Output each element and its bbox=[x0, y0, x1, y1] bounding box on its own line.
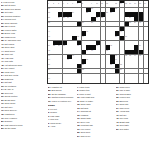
clue-number: 41. bbox=[1, 43, 4, 45]
down-clue-4: 4. Golf peg bbox=[48, 118, 74, 120]
clue-number: 64. bbox=[1, 88, 4, 90]
grid-cell bbox=[86, 36, 90, 40]
clue-number: 69. bbox=[1, 99, 4, 101]
grid-cell bbox=[91, 36, 95, 40]
grid-cell: 70 bbox=[72, 55, 76, 59]
grid-cell bbox=[86, 78, 90, 82]
clue-number: 32. bbox=[1, 29, 4, 31]
grid-cell bbox=[110, 78, 114, 82]
grid-cell: 53 bbox=[72, 41, 76, 45]
grid-cell: 50 bbox=[115, 36, 119, 40]
clue-number: 55. bbox=[1, 78, 4, 80]
grid-cell bbox=[144, 12, 148, 16]
across-clue-86: 86. On the sandbar bbox=[48, 93, 74, 95]
grid-cell bbox=[96, 8, 100, 12]
clue-number: 44. bbox=[1, 50, 4, 52]
cell-number: 52 bbox=[67, 40, 69, 42]
cell-number: 12 bbox=[106, 3, 108, 5]
grid-cell bbox=[110, 31, 114, 35]
cell-number: 76 bbox=[48, 59, 50, 61]
across-clue-1: 1. Kind of pear bbox=[1, 1, 46, 3]
cell-number: 59 bbox=[58, 45, 60, 47]
down-clue-27: 27. Sign of fire bbox=[77, 135, 113, 137]
grid-cell bbox=[144, 36, 148, 40]
clue-number: 46. bbox=[1, 57, 4, 59]
grid-cell bbox=[139, 78, 143, 82]
clue-number: 17. bbox=[77, 121, 80, 123]
grid-cell bbox=[134, 36, 138, 40]
down-clue-18: 18. Long thin fish bbox=[77, 125, 113, 127]
across-clue-55: 55. Night bird bbox=[1, 78, 46, 80]
grid-cell: 13 bbox=[115, 3, 119, 7]
across-clue-36: 36. Paddle's kin bbox=[1, 36, 46, 38]
grid-cell bbox=[144, 64, 148, 68]
grid-cell bbox=[106, 22, 110, 26]
clue-number: 15. bbox=[77, 114, 80, 116]
grid-cell: 63 bbox=[110, 45, 114, 49]
down-clue-16: 16. Sharp taste bbox=[77, 118, 113, 120]
grid-cell bbox=[101, 50, 105, 54]
cell-number: 1 bbox=[48, 3, 49, 5]
clue-number: 54. bbox=[1, 74, 4, 76]
clue-number: 40. bbox=[116, 114, 119, 116]
across-clue-35: 35. Before long bbox=[1, 33, 46, 35]
cell-number: 17 bbox=[134, 3, 136, 5]
across-clue-51: 51. Tiny insect bbox=[1, 68, 46, 70]
clue-list-continued-1: 84. Frighten off85. Bird sound86. On the… bbox=[48, 86, 74, 128]
clue-number: 86. bbox=[48, 93, 51, 95]
cell-number: 89 bbox=[115, 73, 117, 75]
across-clue-45: 45. Corn unit bbox=[1, 54, 46, 56]
grid-cell bbox=[144, 45, 148, 49]
cell-number: 70 bbox=[72, 55, 74, 57]
grid-cell bbox=[110, 22, 114, 26]
cell-number: 84 bbox=[48, 69, 50, 71]
grid-cell bbox=[96, 78, 100, 82]
grid-cell: 39 bbox=[134, 22, 138, 26]
crossword-page: 1234567891011121314151617181920212223242… bbox=[0, 0, 150, 150]
grid-cell bbox=[96, 64, 100, 68]
grid-cell bbox=[129, 78, 133, 82]
down-clue-8: 8. Single item bbox=[77, 90, 113, 92]
grid-cell bbox=[134, 31, 138, 35]
across-clue-85: 85. Bird sound bbox=[48, 90, 74, 92]
across-clue-43: 43. Sticky stuff bbox=[1, 47, 46, 49]
clue-number: 16. bbox=[77, 117, 80, 119]
grid-cell bbox=[101, 45, 105, 49]
cell-number: 63 bbox=[110, 45, 112, 47]
cell-number: 9 bbox=[91, 3, 92, 5]
grid-cell: 6 bbox=[72, 3, 76, 7]
down-clue-2: 2. Region bbox=[48, 111, 74, 113]
clue-number: 1. bbox=[48, 108, 50, 110]
clue-number: 27. bbox=[77, 135, 80, 137]
grid-cell bbox=[53, 64, 57, 68]
grid-cell bbox=[144, 8, 148, 12]
grid-cell bbox=[129, 31, 133, 35]
grid-cell bbox=[134, 74, 138, 78]
across-clue-23: 23. Morning moisture bbox=[1, 15, 46, 17]
grid-cell bbox=[53, 36, 57, 40]
clue-number: 1. bbox=[1, 1, 3, 3]
grid-cell bbox=[77, 78, 81, 82]
clue-number: 83. bbox=[1, 127, 4, 129]
grid-cell bbox=[125, 69, 129, 73]
grid-cell: 51 bbox=[125, 36, 129, 40]
grid-cell bbox=[106, 27, 110, 31]
cell-number: 43 bbox=[125, 26, 127, 28]
clue-column-bottom-2: 7. Large truck8. Single item9. Make a kn… bbox=[77, 86, 113, 150]
grid-cell bbox=[139, 36, 143, 40]
down-clue-14: 14. Cooking fat bbox=[77, 111, 113, 113]
grid-cell: 36 bbox=[82, 22, 86, 26]
grid-cell: 21 bbox=[91, 8, 95, 12]
grid-cell bbox=[139, 64, 143, 68]
grid-cell: 19 bbox=[144, 3, 148, 7]
across-clue-63: 63. Tin container bbox=[1, 85, 46, 87]
grid-cell bbox=[53, 17, 57, 21]
cell-number: 79 bbox=[115, 59, 117, 61]
grid-cell bbox=[134, 27, 138, 31]
grid-cell: 48 bbox=[77, 36, 81, 40]
grid-cell bbox=[115, 78, 119, 82]
grid-cell: 74 bbox=[134, 55, 138, 59]
grid-cell bbox=[120, 22, 124, 26]
grid-cell bbox=[139, 27, 143, 31]
grid-cell bbox=[144, 50, 148, 54]
grid-cell bbox=[101, 55, 105, 59]
cell-number: 14 bbox=[120, 3, 122, 5]
grid-cell bbox=[125, 8, 129, 12]
across-clue-83: 83. On the sand bbox=[1, 127, 46, 129]
grid-cell bbox=[120, 74, 124, 78]
cell-number: 77 bbox=[67, 59, 69, 61]
clue-number: 12. bbox=[77, 103, 80, 105]
cell-number: 78 bbox=[86, 59, 88, 61]
grid-cell bbox=[63, 50, 67, 54]
grid-cell bbox=[72, 74, 76, 78]
across-clue-26: 26. Small amount bbox=[1, 22, 46, 24]
cell-number: 15 bbox=[125, 3, 127, 5]
clue-number: 6. bbox=[48, 125, 50, 127]
cell-number: 41 bbox=[48, 26, 50, 28]
grid-cell bbox=[120, 55, 124, 59]
down-clue-19: 19. Feel poorly bbox=[77, 128, 113, 130]
cell-number: 82 bbox=[110, 64, 112, 66]
down-clue-6: 6. Allow bbox=[48, 125, 74, 127]
across-clue-24: 24. Tropical fruit bbox=[1, 19, 46, 21]
grid-cell: 55 bbox=[101, 41, 105, 45]
grid-cell bbox=[144, 78, 148, 82]
grid-cell bbox=[115, 45, 119, 49]
down-clue-list-2: 29. Road curve30. Use a chair31. Cold se… bbox=[116, 86, 149, 130]
grid-cell bbox=[106, 78, 110, 82]
cell-number: 37 bbox=[91, 22, 93, 24]
cell-number: 22 bbox=[115, 8, 117, 10]
grid-cell bbox=[53, 31, 57, 35]
grid-cell bbox=[72, 31, 76, 35]
grid-cell bbox=[72, 78, 76, 82]
grid-cell bbox=[96, 22, 100, 26]
down-clue-15: 15. Finished bbox=[77, 114, 113, 116]
grid-cell: 61 bbox=[77, 45, 81, 49]
clue-number: 3. bbox=[48, 115, 50, 117]
grid-cell bbox=[53, 27, 57, 31]
clue-number: 24. bbox=[1, 18, 4, 20]
cell-number: 29 bbox=[58, 17, 60, 19]
grid-cell bbox=[86, 69, 90, 73]
across-clue-54: 54. Soft gray metal bbox=[1, 75, 46, 77]
across-clue-32: 32. Frozen water bbox=[1, 29, 46, 31]
grid-cell bbox=[106, 31, 110, 35]
clue-number: 81. bbox=[1, 124, 4, 126]
clue-number: 2. bbox=[48, 111, 50, 113]
grid-cell bbox=[101, 27, 105, 31]
grid-cell bbox=[106, 17, 110, 21]
cell-number: 34 bbox=[129, 17, 131, 19]
down-clue-3: 3. Fish eggs bbox=[48, 115, 74, 117]
black-cell bbox=[134, 12, 138, 16]
clue-number: 47. bbox=[1, 60, 4, 62]
clue-number: 45. bbox=[1, 53, 4, 55]
grid-cell: 25 bbox=[86, 12, 90, 16]
grid-cell bbox=[86, 74, 90, 78]
cell-number: 56 bbox=[120, 40, 122, 42]
grid-cell bbox=[67, 27, 71, 31]
clue-number: 52. bbox=[1, 71, 4, 73]
grid-cell bbox=[96, 55, 100, 59]
grid-cell bbox=[115, 27, 119, 31]
grid-cell: 10 bbox=[96, 3, 100, 7]
across-clue-79: 79. Ripe example bbox=[1, 117, 46, 119]
clue-number: 43. bbox=[116, 121, 119, 123]
grid-cell: 32 bbox=[96, 17, 100, 21]
down-clue-12: 12. Small child bbox=[77, 104, 113, 106]
grid-cell: 88 bbox=[77, 74, 81, 78]
down-clue-42: 42. Tree fluid bbox=[116, 118, 149, 120]
grid-cell bbox=[63, 22, 67, 26]
grid-cell bbox=[129, 74, 133, 78]
down-header: Down bbox=[48, 104, 74, 107]
grid-cell bbox=[101, 22, 105, 26]
across-clue-47: 47. Mild oath bbox=[1, 61, 46, 63]
grid-cell bbox=[139, 8, 143, 12]
grid-cell: 8 bbox=[82, 3, 86, 7]
grid-cell: 78 bbox=[86, 59, 90, 63]
grid-cell bbox=[91, 69, 95, 73]
cell-number: 88 bbox=[77, 73, 79, 75]
clue-number: 85. bbox=[48, 89, 51, 91]
across-clue-70: 70. Small horse bbox=[1, 103, 46, 105]
grid-cell bbox=[129, 36, 133, 40]
grid-cell: 9 bbox=[91, 3, 95, 7]
grid-cell bbox=[58, 8, 62, 12]
grid-cell bbox=[110, 50, 114, 54]
grid-cell bbox=[91, 31, 95, 35]
cell-number: 32 bbox=[96, 17, 98, 19]
cell-number: 21 bbox=[91, 8, 93, 10]
across-clue-41: 41. Not closed bbox=[1, 43, 46, 45]
cell-number: 11 bbox=[101, 3, 103, 5]
cell-number: 67 bbox=[91, 50, 93, 52]
grid-cell bbox=[67, 74, 71, 78]
clue-number: 18. bbox=[77, 124, 80, 126]
across-clue-21: 21. Sharp turn ahead bbox=[1, 8, 46, 10]
grid-cell bbox=[77, 12, 81, 16]
clue-number: 25. bbox=[77, 131, 80, 133]
cell-number: 66 bbox=[86, 50, 88, 52]
clue-number: 22. bbox=[1, 11, 4, 13]
across-clue-84: 84. Frighten off bbox=[48, 86, 74, 88]
across-clue-66: 66. Ocean motion bbox=[1, 96, 46, 98]
grid-cell bbox=[115, 41, 119, 45]
cell-number: 55 bbox=[101, 40, 103, 42]
grid-cell bbox=[67, 31, 71, 35]
cell-number: 36 bbox=[82, 22, 84, 24]
grid-cell bbox=[86, 64, 90, 68]
black-cell bbox=[77, 64, 81, 68]
down-clue-43: 43. Bright light bbox=[116, 121, 149, 123]
clue-number: 78. bbox=[1, 113, 4, 115]
grid-cell bbox=[129, 41, 133, 45]
grid-cell bbox=[134, 41, 138, 45]
grid-cell bbox=[72, 27, 76, 31]
grid-cell bbox=[134, 78, 138, 82]
grid-cell bbox=[82, 78, 86, 82]
grid-cell bbox=[63, 74, 67, 78]
grid-cell bbox=[139, 31, 143, 35]
clue-number: 36. bbox=[1, 36, 4, 38]
grid-cell bbox=[63, 64, 67, 68]
grid-cell: 29 bbox=[58, 17, 62, 21]
cell-number: 86 bbox=[120, 69, 122, 71]
grid-cell bbox=[101, 69, 105, 73]
grid-cell: 11 bbox=[101, 3, 105, 7]
clue-column-left: 1. Kind of pear20. Not at home21. Sharp … bbox=[1, 1, 46, 149]
clue-number: 39. bbox=[116, 110, 119, 112]
grid-cell bbox=[144, 59, 148, 63]
grid-cell: 31 bbox=[67, 17, 71, 21]
grid-cell bbox=[125, 59, 129, 63]
clue-number: 21. bbox=[1, 8, 4, 10]
grid-cell bbox=[77, 8, 81, 12]
cell-number: 5 bbox=[67, 3, 68, 5]
black-cell bbox=[110, 55, 114, 59]
grid-cell bbox=[72, 45, 76, 49]
grid-cell bbox=[72, 69, 76, 73]
down-clue-10: 10. Wise night bird bbox=[77, 97, 113, 99]
across-clue-list: 1. Kind of pear20. Not at home21. Sharp … bbox=[1, 1, 46, 130]
down-clue-37: 37. Rain cover bbox=[116, 107, 149, 109]
grid-cell bbox=[67, 45, 71, 49]
cell-number: 38 bbox=[129, 22, 131, 24]
clue-number: 50. bbox=[116, 128, 119, 130]
clue-number: 11. bbox=[77, 100, 80, 102]
clue-number: 80. bbox=[1, 120, 4, 122]
across-clue-52: 52. Large deer bbox=[1, 71, 46, 73]
across-clue-48: 48. Hot afternoon drink bbox=[1, 64, 46, 66]
down-clue-13: 13. Not shut bbox=[77, 107, 113, 109]
grid-cell: 86 bbox=[120, 69, 124, 73]
cell-number: 83 bbox=[120, 64, 122, 66]
cell-number: 25 bbox=[86, 12, 88, 14]
cell-number: 62 bbox=[96, 45, 98, 47]
grid-cell bbox=[139, 69, 143, 73]
cell-number: 42 bbox=[77, 26, 79, 28]
grid-cell bbox=[139, 59, 143, 63]
grid-cell bbox=[120, 17, 124, 21]
cell-number: 31 bbox=[67, 17, 69, 19]
cell-number: 28 bbox=[48, 17, 50, 19]
clue-number: 37. bbox=[116, 107, 119, 109]
grid-cell bbox=[125, 78, 129, 82]
black-cell bbox=[139, 12, 143, 16]
cell-number: 73 bbox=[129, 55, 131, 57]
across-clue-20: 20. Not at home bbox=[1, 5, 46, 7]
grid-cell bbox=[77, 50, 81, 54]
grid-cell bbox=[106, 74, 110, 78]
clue-number: 32. bbox=[116, 96, 119, 98]
cell-number: 71 bbox=[115, 55, 117, 57]
clue-number: 66. bbox=[1, 95, 4, 97]
across-clue-80: 80. Example bbox=[1, 120, 46, 122]
across-clue-38: 38. Sly sideways look bbox=[1, 40, 46, 42]
down-clue-5: 5. Grow weary bbox=[48, 122, 74, 124]
grid-cell bbox=[82, 74, 86, 78]
cell-number: 50 bbox=[115, 36, 117, 38]
across-clue-69: 69. Bread grain bbox=[1, 99, 46, 101]
grid-cell bbox=[91, 27, 95, 31]
grid-cell bbox=[77, 59, 81, 63]
grid-cell bbox=[129, 8, 133, 12]
cell-number: 60 bbox=[63, 45, 65, 47]
grid-cell bbox=[58, 59, 62, 63]
grid-cell bbox=[58, 69, 62, 73]
grid-cell bbox=[134, 64, 138, 68]
down-clue-17: 17. Every one bbox=[77, 121, 113, 123]
cell-number: 64 bbox=[139, 45, 141, 47]
grid-cell: 58 bbox=[53, 45, 57, 49]
grid-cell bbox=[134, 8, 138, 12]
cell-number: 16 bbox=[129, 3, 131, 5]
grid-cell bbox=[125, 74, 129, 78]
cell-number: 51 bbox=[125, 36, 127, 38]
grid-cell bbox=[63, 69, 67, 73]
clue-number: 23. bbox=[1, 15, 4, 17]
clue-number: 5. bbox=[48, 122, 50, 124]
down-clue-30: 30. Use a chair bbox=[116, 90, 149, 92]
clue-number: 29. bbox=[116, 86, 119, 88]
clue-number: 87. bbox=[48, 96, 51, 98]
grid-cell bbox=[101, 31, 105, 35]
grid-cell bbox=[67, 69, 71, 73]
cell-number: 40 bbox=[139, 22, 141, 24]
cell-number: 44 bbox=[48, 31, 50, 33]
grid-cell bbox=[58, 64, 62, 68]
across-clue-46: 46. High card bbox=[1, 57, 46, 59]
grid-cell bbox=[53, 78, 57, 82]
grid-cell bbox=[53, 12, 57, 16]
grid-cell: 47 bbox=[48, 36, 52, 40]
grid-cell bbox=[101, 74, 105, 78]
across-clue-76: 76. Days gone by bbox=[1, 110, 46, 112]
grid-cell bbox=[125, 64, 129, 68]
clue-number: 35. bbox=[1, 32, 4, 34]
cell-number: 90 bbox=[48, 78, 50, 80]
grid-cell bbox=[72, 59, 76, 63]
grid-cell bbox=[91, 12, 95, 16]
cell-number: 27 bbox=[110, 12, 112, 14]
